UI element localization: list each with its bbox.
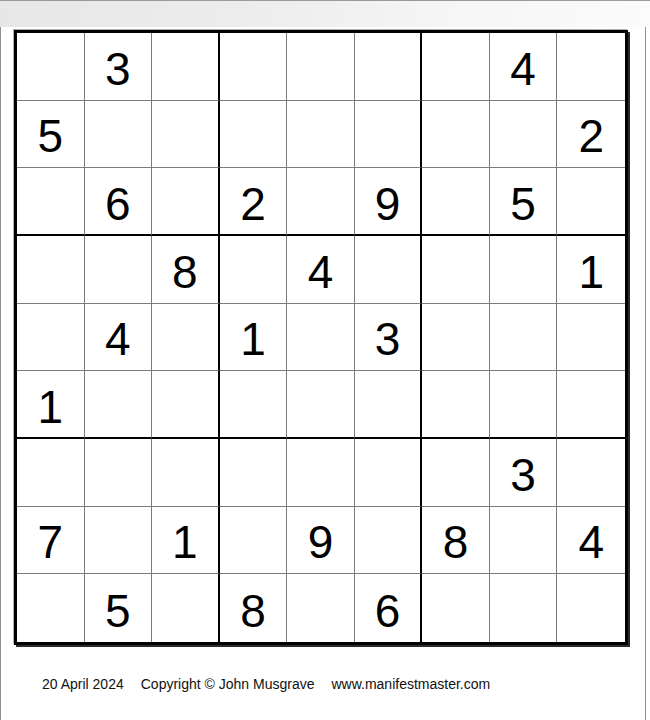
given-digit: 4 (105, 311, 131, 362)
sudoku-cell-r1c6 (355, 33, 423, 101)
sudoku-cell-r1c1 (17, 33, 85, 101)
sudoku-cell-r6c4 (220, 371, 288, 439)
sudoku-cell-r9c7 (422, 574, 490, 642)
sudoku-cell-r3c8: 5 (490, 168, 558, 236)
sudoku-cell-r7c6 (355, 439, 423, 507)
sudoku-cell-r3c7 (422, 168, 490, 236)
footer-copyright: Copyright © John Musgrave (141, 676, 315, 692)
sudoku-cell-r2c3 (152, 101, 220, 169)
sudoku-cell-r2c6 (355, 101, 423, 169)
sudoku-cell-r7c9 (557, 439, 625, 507)
given-digit: 9 (375, 176, 401, 227)
sudoku-cell-r4c5: 4 (287, 236, 355, 304)
sudoku-cell-r1c3 (152, 33, 220, 101)
header-gradient-band (0, 0, 650, 27)
sudoku-cell-r5c6: 3 (355, 304, 423, 372)
sudoku-cell-r9c3 (152, 574, 220, 642)
sudoku-cell-r7c5 (287, 439, 355, 507)
sudoku-cell-r4c8 (490, 236, 558, 304)
sudoku-cell-r9c2: 5 (85, 574, 153, 642)
footer-date: 20 April 2024 (42, 676, 124, 692)
sudoku-cell-r4c6 (355, 236, 423, 304)
sudoku-cell-r4c4 (220, 236, 288, 304)
sudoku-cell-r1c2: 3 (85, 33, 153, 101)
sudoku-cell-r5c1 (17, 304, 85, 372)
sudoku-cell-r5c4: 1 (220, 304, 288, 372)
sudoku-cell-r8c5: 9 (287, 507, 355, 575)
sudoku-cell-r3c2: 6 (85, 168, 153, 236)
sudoku-cell-r7c2 (85, 439, 153, 507)
sudoku-cell-r2c8 (490, 101, 558, 169)
sudoku-cell-r8c1: 7 (17, 507, 85, 575)
sudoku-cell-r6c5 (287, 371, 355, 439)
sudoku-cell-r9c1 (17, 574, 85, 642)
given-digit: 4 (510, 41, 536, 92)
sudoku-cell-r2c1: 5 (17, 101, 85, 169)
given-digit: 1 (37, 379, 63, 430)
sudoku-cell-r3c4: 2 (220, 168, 288, 236)
sudoku-cell-r7c7 (422, 439, 490, 507)
sudoku-cell-r8c6 (355, 507, 423, 575)
given-digit: 3 (105, 41, 131, 92)
given-digit: 6 (375, 583, 401, 634)
sudoku-cell-r1c9 (557, 33, 625, 101)
sudoku-cell-r6c7 (422, 371, 490, 439)
sudoku-cell-r6c1: 1 (17, 371, 85, 439)
sudoku-cell-r4c3: 8 (152, 236, 220, 304)
sudoku-cell-r2c5 (287, 101, 355, 169)
sudoku-cell-r1c4 (220, 33, 288, 101)
sudoku-board: 345262958414131371984586 (14, 30, 628, 645)
sudoku-cell-r5c9 (557, 304, 625, 372)
sudoku-cell-r9c6: 6 (355, 574, 423, 642)
sudoku-cell-r3c1 (17, 168, 85, 236)
sudoku-cell-r4c1 (17, 236, 85, 304)
sudoku-cell-r1c7 (422, 33, 490, 101)
footer-website: www.manifestmaster.com (331, 676, 490, 692)
sudoku-cell-r3c5 (287, 168, 355, 236)
sudoku-cell-r5c2: 4 (85, 304, 153, 372)
sudoku-cell-r4c2 (85, 236, 153, 304)
given-digit: 9 (308, 514, 334, 565)
sudoku-cell-r9c9 (557, 574, 625, 642)
given-digit: 4 (578, 514, 604, 565)
sudoku-cell-r9c4: 8 (220, 574, 288, 642)
sudoku-cell-r8c2 (85, 507, 153, 575)
sudoku-cell-r6c2 (85, 371, 153, 439)
given-digit: 6 (105, 176, 131, 227)
sudoku-cell-r2c7 (422, 101, 490, 169)
sudoku-cell-r5c3 (152, 304, 220, 372)
given-digit: 4 (308, 244, 334, 295)
sudoku-cell-r6c9 (557, 371, 625, 439)
given-digit: 3 (375, 311, 401, 362)
sudoku-cell-r8c8 (490, 507, 558, 575)
sudoku-cell-r2c9: 2 (557, 101, 625, 169)
sudoku-cell-r5c8 (490, 304, 558, 372)
given-digit: 5 (510, 176, 536, 227)
sudoku-cell-r6c3 (152, 371, 220, 439)
sudoku-cell-r8c4 (220, 507, 288, 575)
sudoku-cell-r2c4 (220, 101, 288, 169)
sudoku-cell-r4c7 (422, 236, 490, 304)
sudoku-cell-r8c3: 1 (152, 507, 220, 575)
page-right-border (645, 27, 646, 720)
given-digit: 8 (240, 583, 266, 634)
given-digit: 1 (172, 514, 198, 565)
sudoku-cell-r5c7 (422, 304, 490, 372)
sudoku-cell-r8c7: 8 (422, 507, 490, 575)
given-digit: 8 (443, 514, 469, 565)
sudoku-cell-r7c3 (152, 439, 220, 507)
sudoku-cell-r7c1 (17, 439, 85, 507)
sudoku-cell-r7c4 (220, 439, 288, 507)
sudoku-cell-r5c5 (287, 304, 355, 372)
page-left-border (0, 27, 1, 720)
sudoku-cell-r6c6 (355, 371, 423, 439)
given-digit: 2 (578, 108, 604, 159)
page: 345262958414131371984586 20 April 2024Co… (0, 0, 650, 720)
sudoku-cell-r1c5 (287, 33, 355, 101)
sudoku-cell-r4c9: 1 (557, 236, 625, 304)
sudoku-cell-r3c9 (557, 168, 625, 236)
sudoku-cell-r9c8 (490, 574, 558, 642)
sudoku-cell-r3c6: 9 (355, 168, 423, 236)
given-digit: 8 (172, 244, 198, 295)
given-digit: 1 (578, 244, 604, 295)
given-digit: 7 (37, 514, 63, 565)
sudoku-cell-r9c5 (287, 574, 355, 642)
given-digit: 5 (105, 583, 131, 634)
sudoku-cell-r3c3 (152, 168, 220, 236)
given-digit: 3 (510, 447, 536, 498)
footer: 20 April 2024Copyright © John Musgraveww… (42, 676, 490, 692)
sudoku-cell-r8c9: 4 (557, 507, 625, 575)
given-digit: 5 (37, 108, 63, 159)
sudoku-cell-r6c8 (490, 371, 558, 439)
sudoku-cell-r2c2 (85, 101, 153, 169)
given-digit: 2 (240, 176, 266, 227)
sudoku-cell-r7c8: 3 (490, 439, 558, 507)
sudoku-cell-r1c8: 4 (490, 33, 558, 101)
given-digit: 1 (240, 311, 266, 362)
